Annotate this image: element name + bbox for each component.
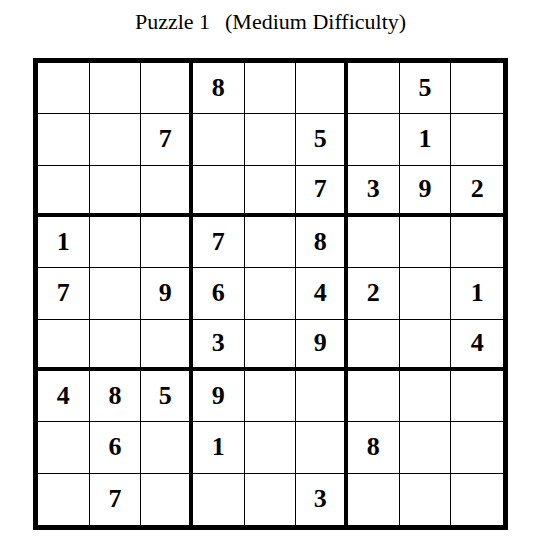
cell-r7c5[interactable] [245, 371, 297, 422]
cell-r9c5[interactable] [245, 474, 297, 525]
cell-r5c1[interactable]: 7 [38, 268, 90, 319]
cell-r3c2[interactable] [90, 166, 142, 217]
cell-r6c3[interactable] [141, 320, 193, 371]
puzzle-title: Puzzle 1(Medium Difficulty) [0, 9, 541, 35]
cell-r9c7[interactable] [348, 474, 400, 525]
cell-r7c9[interactable] [451, 371, 503, 422]
cell-r6c7[interactable] [348, 320, 400, 371]
cell-r4c7[interactable] [348, 217, 400, 268]
cell-r5c8[interactable] [400, 268, 452, 319]
cell-r7c2[interactable]: 8 [90, 371, 142, 422]
cell-r3c8[interactable]: 9 [400, 166, 452, 217]
cell-r4c3[interactable] [141, 217, 193, 268]
cell-r4c6[interactable]: 8 [296, 217, 348, 268]
cell-r9c4[interactable] [193, 474, 245, 525]
cell-r7c4[interactable]: 9 [193, 371, 245, 422]
cell-r4c5[interactable] [245, 217, 297, 268]
cell-r3c7[interactable]: 3 [348, 166, 400, 217]
cell-r5c7[interactable]: 2 [348, 268, 400, 319]
cell-r9c2[interactable]: 7 [90, 474, 142, 525]
cell-r4c1[interactable]: 1 [38, 217, 90, 268]
cell-r9c6[interactable]: 3 [296, 474, 348, 525]
cell-r3c5[interactable] [245, 166, 297, 217]
cell-r1c9[interactable] [451, 63, 503, 114]
cell-r2c6[interactable]: 5 [296, 114, 348, 165]
cell-r7c6[interactable] [296, 371, 348, 422]
cell-r4c2[interactable] [90, 217, 142, 268]
cell-r2c4[interactable] [193, 114, 245, 165]
cell-r9c1[interactable] [38, 474, 90, 525]
puzzle-difficulty-label: (Medium Difficulty) [225, 9, 406, 34]
cell-r2c2[interactable] [90, 114, 142, 165]
cell-r6c6[interactable]: 9 [296, 320, 348, 371]
cell-r7c1[interactable]: 4 [38, 371, 90, 422]
cell-r2c3[interactable]: 7 [141, 114, 193, 165]
cell-r1c2[interactable] [90, 63, 142, 114]
cell-r1c8[interactable]: 5 [400, 63, 452, 114]
cell-r2c7[interactable] [348, 114, 400, 165]
cell-r3c3[interactable] [141, 166, 193, 217]
cell-r3c6[interactable]: 7 [296, 166, 348, 217]
cell-r2c1[interactable] [38, 114, 90, 165]
cell-r8c5[interactable] [245, 422, 297, 473]
cell-r6c4[interactable]: 3 [193, 320, 245, 371]
cell-r9c9[interactable] [451, 474, 503, 525]
cell-r8c2[interactable]: 6 [90, 422, 142, 473]
cell-r6c8[interactable] [400, 320, 452, 371]
cell-r1c7[interactable] [348, 63, 400, 114]
cell-r1c3[interactable] [141, 63, 193, 114]
cell-r8c4[interactable]: 1 [193, 422, 245, 473]
cell-r3c4[interactable] [193, 166, 245, 217]
cell-r3c9[interactable]: 2 [451, 166, 503, 217]
cell-r5c2[interactable] [90, 268, 142, 319]
cell-r9c3[interactable] [141, 474, 193, 525]
cell-r2c5[interactable] [245, 114, 297, 165]
cell-r4c9[interactable] [451, 217, 503, 268]
cell-r3c1[interactable] [38, 166, 90, 217]
cell-r1c4[interactable]: 8 [193, 63, 245, 114]
cell-r6c9[interactable]: 4 [451, 320, 503, 371]
cell-r9c8[interactable] [400, 474, 452, 525]
cell-r8c3[interactable] [141, 422, 193, 473]
cell-r6c2[interactable] [90, 320, 142, 371]
cell-r2c8[interactable]: 1 [400, 114, 452, 165]
cell-r1c1[interactable] [38, 63, 90, 114]
cell-r1c6[interactable] [296, 63, 348, 114]
cell-r5c9[interactable]: 1 [451, 268, 503, 319]
cell-r2c9[interactable] [451, 114, 503, 165]
cell-r8c6[interactable] [296, 422, 348, 473]
cell-r7c8[interactable] [400, 371, 452, 422]
cell-r5c5[interactable] [245, 268, 297, 319]
cell-r5c3[interactable]: 9 [141, 268, 193, 319]
cell-r4c8[interactable] [400, 217, 452, 268]
puzzle-page: Puzzle 1(Medium Difficulty) 857517392178… [0, 0, 541, 541]
cell-r5c4[interactable]: 6 [193, 268, 245, 319]
cell-r7c3[interactable]: 5 [141, 371, 193, 422]
sudoku-board: 857517392178796421394485961873 [33, 58, 508, 530]
cell-r8c7[interactable]: 8 [348, 422, 400, 473]
cell-r8c9[interactable] [451, 422, 503, 473]
cell-r7c7[interactable] [348, 371, 400, 422]
cell-r8c1[interactable] [38, 422, 90, 473]
cell-r6c1[interactable] [38, 320, 90, 371]
cell-r5c6[interactable]: 4 [296, 268, 348, 319]
cell-r6c5[interactable] [245, 320, 297, 371]
puzzle-number-label: Puzzle 1 [135, 9, 210, 34]
cell-r4c4[interactable]: 7 [193, 217, 245, 268]
cell-r8c8[interactable] [400, 422, 452, 473]
cell-r1c5[interactable] [245, 63, 297, 114]
